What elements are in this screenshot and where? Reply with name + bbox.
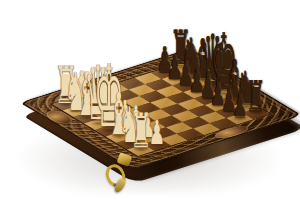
chess-set-photo: Hand-carved walnut chess set with turned… — [0, 0, 300, 200]
piece-glyph: ♟ — [232, 93, 247, 121]
pieces-layer: ♜♞♝♛♚♝♞♜♟♟♟♟♟♟♟♟♟♟♟♟♟♟♟♟♜♞♝♛♚♝♞♜ — [0, 0, 300, 200]
piece-glyph: ♜ — [130, 111, 151, 153]
piece-glyph: ♜ — [247, 78, 266, 116]
piece-glyph: ♟ — [149, 117, 165, 147]
